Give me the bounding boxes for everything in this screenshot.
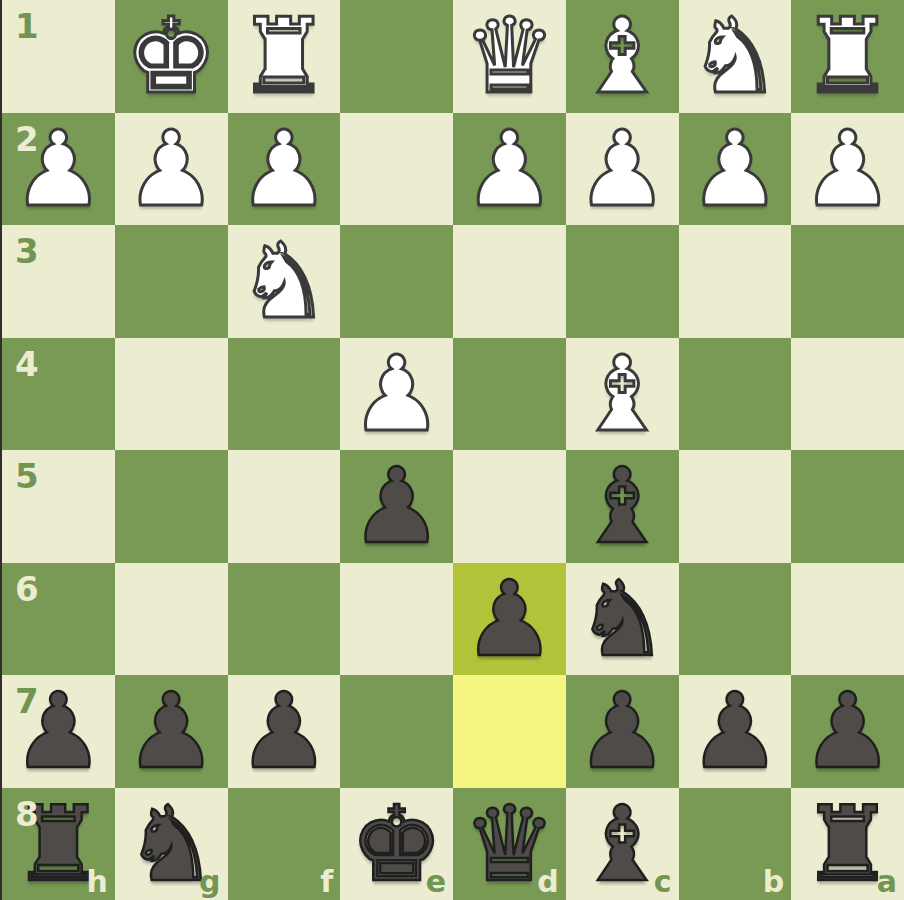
square-c4[interactable]: ♝ xyxy=(566,338,679,451)
square-g4[interactable] xyxy=(115,338,228,451)
file-label-f: f xyxy=(320,867,333,897)
square-g3[interactable] xyxy=(115,225,228,338)
piece-black-pawn[interactable]: ♟ xyxy=(463,567,556,671)
rank-label-4: 4 xyxy=(15,347,39,381)
square-a3[interactable] xyxy=(791,225,904,338)
piece-white-knight[interactable]: ♞ xyxy=(688,4,781,108)
square-f6[interactable] xyxy=(228,563,341,676)
piece-white-rook[interactable]: ♜ xyxy=(801,4,894,108)
square-c1[interactable]: ♝ xyxy=(566,0,679,113)
piece-white-knight[interactable]: ♞ xyxy=(237,229,330,333)
piece-white-pawn[interactable]: ♟ xyxy=(237,117,330,221)
square-a5[interactable] xyxy=(791,450,904,563)
square-e6[interactable] xyxy=(340,563,453,676)
square-b8[interactable]: b xyxy=(679,788,792,900)
rank-label-5: 5 xyxy=(15,459,39,493)
square-b6[interactable] xyxy=(679,563,792,676)
piece-black-pawn[interactable]: ♟ xyxy=(688,679,781,783)
piece-white-pawn[interactable]: ♟ xyxy=(801,117,894,221)
square-c5[interactable]: ♝ xyxy=(566,450,679,563)
square-d1[interactable]: ♛ xyxy=(453,0,566,113)
square-d7[interactable] xyxy=(453,675,566,788)
square-d2[interactable]: ♟ xyxy=(453,113,566,226)
square-g8[interactable]: ♞g xyxy=(115,788,228,900)
square-a6[interactable] xyxy=(791,563,904,676)
piece-white-pawn[interactable]: ♟ xyxy=(688,117,781,221)
piece-black-pawn[interactable]: ♟ xyxy=(350,454,443,558)
file-label-b: b xyxy=(763,867,784,897)
square-b3[interactable] xyxy=(679,225,792,338)
square-g6[interactable] xyxy=(115,563,228,676)
square-f3[interactable]: ♞ xyxy=(228,225,341,338)
square-f5[interactable] xyxy=(228,450,341,563)
piece-white-king[interactable]: ♚ xyxy=(125,4,218,108)
square-h6[interactable]: 6 xyxy=(2,563,115,676)
square-g1[interactable]: ♚ xyxy=(115,0,228,113)
square-g2[interactable]: ♟ xyxy=(115,113,228,226)
piece-black-pawn[interactable]: ♟ xyxy=(125,679,218,783)
square-a4[interactable] xyxy=(791,338,904,451)
square-e3[interactable] xyxy=(340,225,453,338)
square-f8[interactable]: f xyxy=(228,788,341,900)
piece-black-pawn[interactable]: ♟ xyxy=(237,679,330,783)
square-h2[interactable]: ♟2 xyxy=(2,113,115,226)
square-f7[interactable]: ♟ xyxy=(228,675,341,788)
piece-black-bishop[interactable]: ♝ xyxy=(576,454,669,558)
square-d3[interactable] xyxy=(453,225,566,338)
square-d5[interactable] xyxy=(453,450,566,563)
square-c6[interactable]: ♞ xyxy=(566,563,679,676)
square-e4[interactable]: ♟ xyxy=(340,338,453,451)
square-b5[interactable] xyxy=(679,450,792,563)
rank-label-1: 1 xyxy=(15,9,39,43)
square-h8[interactable]: ♜8h xyxy=(2,788,115,900)
square-b2[interactable]: ♟ xyxy=(679,113,792,226)
chess-board: 1♚♜♛♝♞♜♟2♟♟♟♟♟♟3♞4♟♝5♟♝6♟♞♟7♟♟♟♟♟♜8h♞gf♚… xyxy=(2,0,904,900)
piece-white-bishop[interactable]: ♝ xyxy=(576,4,669,108)
square-a7[interactable]: ♟ xyxy=(791,675,904,788)
file-label-a: a xyxy=(877,867,897,897)
square-e8[interactable]: ♚e xyxy=(340,788,453,900)
square-a8[interactable]: ♜a xyxy=(791,788,904,900)
square-c3[interactable] xyxy=(566,225,679,338)
square-h4[interactable]: 4 xyxy=(2,338,115,451)
square-h5[interactable]: 5 xyxy=(2,450,115,563)
piece-white-pawn[interactable]: ♟ xyxy=(350,342,443,446)
file-label-e: e xyxy=(426,867,446,897)
square-h1[interactable]: 1 xyxy=(2,0,115,113)
rank-label-6: 6 xyxy=(15,572,39,606)
square-g7[interactable]: ♟ xyxy=(115,675,228,788)
rank-label-3: 3 xyxy=(15,234,39,268)
square-a1[interactable]: ♜ xyxy=(791,0,904,113)
square-g5[interactable] xyxy=(115,450,228,563)
square-e5[interactable]: ♟ xyxy=(340,450,453,563)
file-label-d: d xyxy=(537,867,558,897)
file-label-g: g xyxy=(199,867,220,897)
square-b7[interactable]: ♟ xyxy=(679,675,792,788)
piece-black-pawn[interactable]: ♟ xyxy=(576,679,669,783)
square-e1[interactable] xyxy=(340,0,453,113)
piece-white-pawn[interactable]: ♟ xyxy=(125,117,218,221)
rank-label-7: 7 xyxy=(15,684,39,718)
file-label-h: h xyxy=(86,867,107,897)
square-d8[interactable]: ♛d xyxy=(453,788,566,900)
piece-white-queen[interactable]: ♛ xyxy=(463,4,556,108)
piece-white-bishop[interactable]: ♝ xyxy=(576,342,669,446)
square-a2[interactable]: ♟ xyxy=(791,113,904,226)
piece-white-pawn[interactable]: ♟ xyxy=(463,117,556,221)
square-c7[interactable]: ♟ xyxy=(566,675,679,788)
piece-black-pawn[interactable]: ♟ xyxy=(801,679,894,783)
square-h7[interactable]: ♟7 xyxy=(2,675,115,788)
rank-label-8: 8 xyxy=(15,797,39,831)
square-f1[interactable]: ♜ xyxy=(228,0,341,113)
square-h3[interactable]: 3 xyxy=(2,225,115,338)
square-c8[interactable]: ♝c xyxy=(566,788,679,900)
square-c2[interactable]: ♟ xyxy=(566,113,679,226)
square-d6[interactable]: ♟ xyxy=(453,563,566,676)
piece-white-pawn[interactable]: ♟ xyxy=(576,117,669,221)
square-e2[interactable] xyxy=(340,113,453,226)
piece-white-rook[interactable]: ♜ xyxy=(237,4,330,108)
square-f2[interactable]: ♟ xyxy=(228,113,341,226)
square-b4[interactable] xyxy=(679,338,792,451)
square-f4[interactable] xyxy=(228,338,341,451)
square-b1[interactable]: ♞ xyxy=(679,0,792,113)
piece-black-knight[interactable]: ♞ xyxy=(576,567,669,671)
square-e7[interactable] xyxy=(340,675,453,788)
rank-label-2: 2 xyxy=(15,122,39,156)
square-d4[interactable] xyxy=(453,338,566,451)
file-label-c: c xyxy=(654,867,672,897)
